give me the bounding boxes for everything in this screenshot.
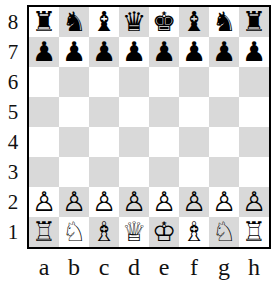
square-d1[interactable]: ♕ [119,217,149,247]
square-e8[interactable]: ♚ [149,7,179,37]
rank-label-3: 3 [0,157,26,187]
square-d5[interactable] [119,97,149,127]
square-d6[interactable] [119,67,149,97]
square-h7[interactable]: ♟ [239,37,269,67]
square-g2[interactable]: ♙ [209,187,239,217]
square-f8[interactable]: ♝ [179,7,209,37]
square-a7[interactable]: ♟ [29,37,59,67]
piece-white-pawn: ♙ [152,187,176,217]
piece-black-pawn: ♟ [92,37,116,67]
square-a6[interactable] [29,67,59,97]
square-b1[interactable]: ♘ [59,217,89,247]
piece-white-pawn: ♙ [122,187,146,217]
file-label-g: g [209,250,239,285]
square-b2[interactable]: ♙ [59,187,89,217]
square-d3[interactable] [119,157,149,187]
square-d4[interactable] [119,127,149,157]
square-b7[interactable]: ♟ [59,37,89,67]
piece-black-bishop: ♝ [92,7,116,37]
square-h1[interactable]: ♖ [239,217,269,247]
square-h2[interactable]: ♙ [239,187,269,217]
piece-black-king: ♚ [152,7,176,37]
square-e5[interactable] [149,97,179,127]
rank-label-8: 8 [0,7,26,37]
piece-white-knight: ♘ [212,217,236,247]
piece-black-queen: ♛ [122,7,146,37]
square-c3[interactable] [89,157,119,187]
piece-black-pawn: ♟ [32,37,56,67]
square-g5[interactable] [209,97,239,127]
square-a8[interactable]: ♜ [29,7,59,37]
piece-white-bishop: ♗ [92,217,116,247]
square-a3[interactable] [29,157,59,187]
piece-white-pawn: ♙ [32,187,56,217]
square-e6[interactable] [149,67,179,97]
piece-white-rook: ♖ [32,217,56,247]
file-label-a: a [29,250,59,285]
square-a4[interactable] [29,127,59,157]
square-g3[interactable] [209,157,239,187]
square-g6[interactable] [209,67,239,97]
piece-black-pawn: ♟ [212,37,236,67]
piece-black-knight: ♞ [62,7,86,37]
square-e7[interactable]: ♟ [149,37,179,67]
rank-label-6: 6 [0,67,26,97]
piece-white-pawn: ♙ [62,187,86,217]
square-f7[interactable]: ♟ [179,37,209,67]
square-c1[interactable]: ♗ [89,217,119,247]
file-label-e: e [149,250,179,285]
square-b8[interactable]: ♞ [59,7,89,37]
square-g8[interactable]: ♞ [209,7,239,37]
piece-black-pawn: ♟ [122,37,146,67]
square-c2[interactable]: ♙ [89,187,119,217]
file-label-f: f [179,250,209,285]
file-label-d: d [119,250,149,285]
square-g4[interactable] [209,127,239,157]
piece-white-pawn: ♙ [182,187,206,217]
piece-white-pawn: ♙ [212,187,236,217]
rank-label-7: 7 [0,37,26,67]
square-c8[interactable]: ♝ [89,7,119,37]
square-a5[interactable] [29,97,59,127]
rank-label-2: 2 [0,187,26,217]
piece-white-rook: ♖ [242,217,266,247]
square-a1[interactable]: ♖ [29,217,59,247]
piece-black-rook: ♜ [32,7,56,37]
square-f2[interactable]: ♙ [179,187,209,217]
piece-white-king: ♔ [152,217,176,247]
square-f1[interactable]: ♗ [179,217,209,247]
piece-white-knight: ♘ [62,217,86,247]
file-label-b: b [59,250,89,285]
square-b4[interactable] [59,127,89,157]
piece-black-pawn: ♟ [242,37,266,67]
square-a2[interactable]: ♙ [29,187,59,217]
square-c7[interactable]: ♟ [89,37,119,67]
piece-black-pawn: ♟ [62,37,86,67]
rank-label-4: 4 [0,127,26,157]
square-b5[interactable] [59,97,89,127]
square-c4[interactable] [89,127,119,157]
square-e3[interactable] [149,157,179,187]
rank-label-5: 5 [0,97,26,127]
square-h4[interactable] [239,127,269,157]
chess-diagram: 87654321 ♜♞♝♛♚♝♞♜♟♟♟♟♟♟♟♟♙♙♙♙♙♙♙♙♖♘♗♕♔♗♘… [0,0,272,285]
square-d7[interactable]: ♟ [119,37,149,67]
piece-white-pawn: ♙ [92,187,116,217]
square-d8[interactable]: ♛ [119,7,149,37]
piece-white-queen: ♕ [122,217,146,247]
file-label-c: c [89,250,119,285]
piece-white-bishop: ♗ [182,217,206,247]
piece-white-pawn: ♙ [242,187,266,217]
file-labels: abcdefgh [29,250,269,285]
square-e2[interactable]: ♙ [149,187,179,217]
square-f3[interactable] [179,157,209,187]
square-h8[interactable]: ♜ [239,7,269,37]
file-label-h: h [239,250,269,285]
piece-black-pawn: ♟ [152,37,176,67]
chess-board: ♜♞♝♛♚♝♞♜♟♟♟♟♟♟♟♟♙♙♙♙♙♙♙♙♖♘♗♕♔♗♘♖ [27,5,271,249]
square-g7[interactable]: ♟ [209,37,239,67]
square-f6[interactable] [179,67,209,97]
square-g1[interactable]: ♘ [209,217,239,247]
square-h6[interactable] [239,67,269,97]
square-b6[interactable] [59,67,89,97]
piece-black-knight: ♞ [212,7,236,37]
square-e4[interactable] [149,127,179,157]
square-c6[interactable] [89,67,119,97]
square-c5[interactable] [89,97,119,127]
rank-labels: 87654321 [0,7,26,247]
square-e1[interactable]: ♔ [149,217,179,247]
piece-black-pawn: ♟ [182,37,206,67]
piece-black-rook: ♜ [242,7,266,37]
square-f4[interactable] [179,127,209,157]
square-f5[interactable] [179,97,209,127]
piece-black-bishop: ♝ [182,7,206,37]
square-h5[interactable] [239,97,269,127]
rank-label-1: 1 [0,217,26,247]
square-h3[interactable] [239,157,269,187]
square-b3[interactable] [59,157,89,187]
square-d2[interactable]: ♙ [119,187,149,217]
